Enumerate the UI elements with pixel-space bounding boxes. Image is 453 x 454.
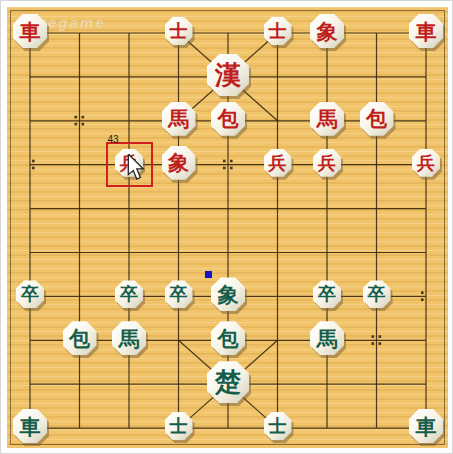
piece-cho-horse[interactable]: 馬	[112, 321, 146, 355]
piece-glyph: 楚	[207, 361, 249, 403]
piece-han-horse[interactable]: 馬	[162, 102, 196, 136]
piece-glyph: 卒	[313, 280, 341, 308]
piece-glyph: 車	[13, 409, 47, 443]
piece-glyph: 士	[165, 412, 193, 440]
selection-box	[106, 142, 153, 187]
piece-cho-chariot[interactable]: 車	[13, 409, 47, 443]
piece-glyph: 漢	[207, 54, 249, 96]
piece-cho-soldier[interactable]: 卒	[115, 280, 143, 308]
piece-glyph: 車	[409, 14, 443, 48]
piece-han-soldier[interactable]: 兵	[412, 149, 440, 177]
piece-glyph: 馬	[112, 321, 146, 355]
last-move-marker	[205, 271, 212, 278]
piece-glyph: 包	[211, 321, 245, 355]
piece-glyph: 士	[165, 17, 193, 45]
piece-glyph: 馬	[162, 102, 196, 136]
piece-cho-soldier[interactable]: 卒	[165, 280, 193, 308]
piece-cho-guard[interactable]: 士	[264, 412, 292, 440]
piece-han-soldier[interactable]: 兵	[264, 149, 292, 177]
piece-cho-chariot[interactable]: 車	[409, 409, 443, 443]
piece-glyph: 象	[211, 277, 245, 311]
piece-cho-elephant[interactable]: 象	[211, 277, 245, 311]
piece-glyph: 兵	[412, 149, 440, 177]
piece-glyph: 車	[409, 409, 443, 443]
piece-glyph: 卒	[115, 280, 143, 308]
piece-han-soldier[interactable]: 兵	[313, 149, 341, 177]
piece-han-cannon[interactable]: 包	[360, 102, 394, 136]
piece-han-horse[interactable]: 馬	[310, 102, 344, 136]
piece-han-elephant[interactable]: 象	[310, 14, 344, 48]
piece-glyph: 卒	[165, 280, 193, 308]
piece-han-guard[interactable]: 士	[264, 17, 292, 45]
piece-glyph: 馬	[310, 321, 344, 355]
piece-han-chariot[interactable]: 車	[13, 14, 47, 48]
piece-glyph: 包	[63, 321, 97, 355]
piece-cho-cannon[interactable]: 包	[211, 321, 245, 355]
piece-cho-horse[interactable]: 馬	[310, 321, 344, 355]
piece-cho-cannon[interactable]: 包	[63, 321, 97, 355]
piece-glyph: 卒	[16, 280, 44, 308]
piece-glyph: 象	[162, 146, 196, 180]
piece-glyph: 卒	[363, 280, 391, 308]
piece-han-general[interactable]: 漢	[207, 54, 249, 96]
piece-han-chariot[interactable]: 車	[409, 14, 443, 48]
piece-glyph: 兵	[264, 149, 292, 177]
piece-glyph: 包	[211, 102, 245, 136]
piece-han-cannon[interactable]: 包	[211, 102, 245, 136]
piece-glyph: 包	[360, 102, 394, 136]
piece-han-guard[interactable]: 士	[165, 17, 193, 45]
piece-glyph: 士	[264, 17, 292, 45]
piece-glyph: 士	[264, 412, 292, 440]
piece-glyph: 兵	[313, 149, 341, 177]
piece-cho-general[interactable]: 楚	[207, 361, 249, 403]
piece-han-elephant[interactable]: 象	[162, 146, 196, 180]
selection-label: 43	[108, 134, 119, 145]
piece-cho-soldier[interactable]: 卒	[16, 280, 44, 308]
piece-cho-soldier[interactable]: 卒	[313, 280, 341, 308]
piece-glyph: 馬	[310, 102, 344, 136]
piece-cho-soldier[interactable]: 卒	[363, 280, 391, 308]
piece-glyph: 車	[13, 14, 47, 48]
piece-cho-guard[interactable]: 士	[165, 412, 193, 440]
piece-glyph: 象	[310, 14, 344, 48]
janggi-game-window: nregame 車士士象車漢馬包馬包兵象兵兵兵卒卒卒象卒卒包馬包馬楚士士車車 4…	[0, 0, 453, 454]
